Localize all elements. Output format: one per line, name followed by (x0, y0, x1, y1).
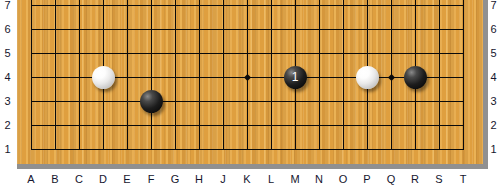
grid-line-vertical-N (319, 0, 320, 150)
column-label-K: K (237, 172, 257, 186)
stone-white-D4 (92, 66, 115, 89)
column-label-F: F (141, 172, 161, 186)
grid-line-vertical-C (79, 0, 80, 150)
row-label-right-6: 6 (487, 22, 500, 36)
star-point-K4 (243, 74, 250, 81)
grid-line-horizontal-1 (31, 149, 464, 150)
grid-line-vertical-J (223, 0, 224, 150)
grid-line-vertical-T (463, 0, 464, 150)
column-label-H: H (189, 172, 209, 186)
grid-line-vertical-E (127, 0, 128, 150)
column-label-A: A (21, 172, 41, 186)
grid-line-vertical-G (175, 0, 176, 150)
column-label-S: S (429, 172, 449, 186)
move-number-label: 1 (292, 71, 299, 83)
column-label-E: E (117, 172, 137, 186)
grid-line-horizontal-2 (31, 125, 464, 126)
row-label-right-3: 3 (487, 94, 500, 108)
column-label-T: T (453, 172, 473, 186)
column-label-B: B (45, 172, 65, 186)
column-label-L: L (261, 172, 281, 186)
grid-line-vertical-H (199, 0, 200, 150)
row-label-left-4: 4 (0, 70, 15, 84)
column-label-G: G (165, 172, 185, 186)
row-label-left-3: 3 (0, 94, 15, 108)
go-diagram: 1 77665544332211ABCDEFGHJKLMNOPQRST (0, 0, 500, 188)
go-board[interactable]: 1 (17, 0, 488, 169)
stone-black-R4 (404, 66, 427, 89)
grid-line-vertical-F (151, 0, 152, 150)
row-label-right-4: 4 (487, 70, 500, 84)
grid-line-horizontal-7 (31, 5, 464, 6)
grid-line-vertical-B (55, 0, 56, 150)
column-label-J: J (213, 172, 233, 186)
column-label-C: C (69, 172, 89, 186)
row-label-right-2: 2 (487, 118, 500, 132)
row-label-right-1: 1 (487, 142, 500, 156)
column-label-M: M (285, 172, 305, 186)
grid-line-horizontal-6 (31, 29, 464, 30)
row-label-left-5: 5 (0, 46, 15, 60)
row-label-left-7: 7 (0, 0, 15, 12)
column-label-Q: Q (381, 172, 401, 186)
column-label-O: O (333, 172, 353, 186)
column-label-D: D (93, 172, 113, 186)
row-label-left-1: 1 (0, 142, 15, 156)
column-label-R: R (405, 172, 425, 186)
column-label-N: N (309, 172, 329, 186)
row-label-right-7: 7 (487, 0, 500, 12)
row-label-left-2: 2 (0, 118, 15, 132)
grid-line-vertical-O (343, 0, 344, 150)
grid-line-horizontal-3 (31, 101, 464, 102)
column-label-P: P (357, 172, 377, 186)
grid-line-horizontal-5 (31, 53, 464, 54)
grid-line-vertical-L (271, 0, 272, 150)
star-point-Q4 (387, 74, 394, 81)
stone-black-M4: 1 (284, 66, 307, 89)
row-label-right-5: 5 (487, 46, 500, 60)
stone-white-P4 (356, 66, 379, 89)
grid-line-vertical-S (439, 0, 440, 150)
stone-black-F3 (140, 90, 163, 113)
grid-line-vertical-A (31, 0, 32, 150)
row-label-left-6: 6 (0, 22, 15, 36)
